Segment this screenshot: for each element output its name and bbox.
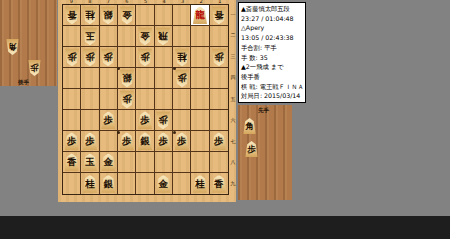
sente-piece-銀[interactable]: 銀 bbox=[137, 132, 152, 150]
board-square-6三[interactable] bbox=[118, 47, 136, 68]
sente-piece-桂[interactable]: 桂 bbox=[82, 175, 97, 193]
board-square-4一[interactable] bbox=[155, 5, 173, 26]
shogi-board: 987654321 香桂銀金龍香玉金飛歩歩歩歩桂歩銀歩歩歩歩歩歩歩歩銀歩歩歩香玉… bbox=[58, 0, 236, 202]
sente-piece-香[interactable]: 香 bbox=[64, 153, 79, 171]
gote-piece-歩[interactable]: 歩 bbox=[82, 48, 97, 66]
board-square-1一[interactable]: 香 bbox=[210, 5, 228, 26]
board-square-3三[interactable]: 桂 bbox=[173, 47, 191, 68]
gote-piece-銀[interactable]: 銀 bbox=[101, 6, 116, 24]
star-point bbox=[173, 67, 176, 70]
sente-piece-香[interactable]: 香 bbox=[211, 175, 226, 193]
board-square-2一[interactable]: 龍 bbox=[191, 5, 209, 26]
sente-hand-piece-歩[interactable]: 歩 bbox=[245, 141, 258, 157]
board-square-6五[interactable]: 歩 bbox=[118, 89, 136, 110]
board-square-6七[interactable]: 歩 bbox=[118, 131, 136, 152]
game-info-panel: ▲斎藤慎太郎五段 23:27 / 01:04:48 △Apery 13:05 /… bbox=[238, 2, 306, 103]
board-square-6六[interactable] bbox=[118, 110, 136, 131]
gote-piece-金[interactable]: 金 bbox=[137, 27, 152, 45]
board-square-1九[interactable]: 香 bbox=[210, 173, 228, 194]
sente-piece-歩[interactable]: 歩 bbox=[174, 132, 189, 150]
game-date: 対局日: 2015/03/14 bbox=[241, 91, 303, 101]
gote-piece-香[interactable]: 香 bbox=[211, 6, 226, 24]
board-square-5九[interactable] bbox=[136, 173, 154, 194]
board-square-2七[interactable] bbox=[191, 131, 209, 152]
rank-label-三: 三 bbox=[230, 54, 236, 59]
board-square-8六[interactable] bbox=[81, 110, 99, 131]
sente-piece-銀[interactable]: 銀 bbox=[101, 175, 116, 193]
board-square-8五[interactable] bbox=[81, 89, 99, 110]
sente-hand-label: 先手 bbox=[258, 107, 269, 113]
sente-hand-piece-角[interactable]: 角 bbox=[243, 118, 256, 134]
board-square-3一[interactable] bbox=[173, 5, 191, 26]
star-point bbox=[173, 131, 176, 134]
gote-piece-玉[interactable]: 玉 bbox=[82, 27, 97, 45]
gote-piece-桂[interactable]: 桂 bbox=[174, 48, 189, 66]
sente-piece-歩[interactable]: 歩 bbox=[137, 111, 152, 129]
gote-hand-tray[interactable]: 後手 角歩 bbox=[0, 0, 57, 86]
sente-piece-歩[interactable]: 歩 bbox=[64, 132, 79, 150]
board-square-9六[interactable] bbox=[63, 110, 81, 131]
board-square-3四[interactable]: 歩 bbox=[173, 68, 191, 89]
sente-piece-玉[interactable]: 玉 bbox=[82, 153, 97, 171]
last-move: ▲2一飛成 まで bbox=[241, 62, 303, 72]
gote-piece-金[interactable]: 金 bbox=[119, 6, 134, 24]
board-square-2二[interactable] bbox=[191, 26, 209, 47]
board-square-8四[interactable] bbox=[81, 68, 99, 89]
board-square-8二[interactable]: 玉 bbox=[81, 26, 99, 47]
rank-label-九: 九 bbox=[230, 181, 236, 186]
board-square-5二[interactable]: 金 bbox=[136, 26, 154, 47]
board-square-4四[interactable] bbox=[155, 68, 173, 89]
board-square-7八[interactable]: 金 bbox=[100, 152, 118, 173]
board-square-1二[interactable] bbox=[210, 26, 228, 47]
board-square-2三[interactable] bbox=[191, 47, 209, 68]
board-square-7六[interactable]: 歩 bbox=[100, 110, 118, 131]
rank-label-八: 八 bbox=[230, 160, 236, 165]
board-square-7五[interactable] bbox=[100, 89, 118, 110]
gote-piece-歩[interactable]: 歩 bbox=[211, 48, 226, 66]
board-square-7七[interactable] bbox=[100, 131, 118, 152]
shogi-board-grid: 香桂銀金龍香玉金飛歩歩歩歩桂歩銀歩歩歩歩歩歩歩歩銀歩歩歩香玉金桂銀金桂香 bbox=[62, 4, 229, 195]
board-square-1三[interactable]: 歩 bbox=[210, 47, 228, 68]
rank-label-二: 二 bbox=[230, 33, 236, 38]
board-square-9九[interactable] bbox=[63, 173, 81, 194]
board-square-4六[interactable]: 歩 bbox=[155, 110, 173, 131]
gote-piece-飛[interactable]: 飛 bbox=[156, 27, 171, 45]
board-square-3六[interactable] bbox=[173, 110, 191, 131]
board-square-1六[interactable] bbox=[210, 110, 228, 131]
gote-piece-歩[interactable]: 歩 bbox=[119, 90, 134, 108]
board-square-4三[interactable] bbox=[155, 47, 173, 68]
board-square-8三[interactable]: 歩 bbox=[81, 47, 99, 68]
sente-piece-歩[interactable]: 歩 bbox=[82, 132, 97, 150]
player-gote-name: △Apery bbox=[241, 23, 303, 33]
board-square-4五[interactable] bbox=[155, 89, 173, 110]
move-count: 手 数: 35 bbox=[241, 53, 303, 63]
board-square-3五[interactable] bbox=[173, 89, 191, 110]
sente-hand-tray[interactable]: 先手 角歩 bbox=[238, 105, 292, 200]
board-square-8七[interactable]: 歩 bbox=[81, 131, 99, 152]
board-square-9七[interactable]: 歩 bbox=[63, 131, 81, 152]
board-square-1七[interactable]: 歩 bbox=[210, 131, 228, 152]
board-square-7三[interactable]: 歩 bbox=[100, 47, 118, 68]
board-square-2四[interactable] bbox=[191, 68, 209, 89]
gote-hand-label: 後手 bbox=[18, 79, 29, 85]
board-square-4九[interactable]: 金 bbox=[155, 173, 173, 194]
board-square-3八[interactable] bbox=[173, 152, 191, 173]
board-square-5八[interactable] bbox=[136, 152, 154, 173]
board-square-5四[interactable] bbox=[136, 68, 154, 89]
board-square-9四[interactable] bbox=[63, 68, 81, 89]
board-square-5五[interactable] bbox=[136, 89, 154, 110]
handicap: 手合割: 平手 bbox=[241, 43, 303, 53]
board-square-4二[interactable]: 飛 bbox=[155, 26, 173, 47]
rank-label-六: 六 bbox=[230, 118, 236, 123]
board-square-5七[interactable]: 銀 bbox=[136, 131, 154, 152]
rank-label-七: 七 bbox=[230, 139, 236, 144]
gote-hand-piece-歩[interactable]: 歩 bbox=[28, 60, 41, 76]
board-square-9一[interactable]: 香 bbox=[63, 5, 81, 26]
gote-time: 13:05 / 02:43:38 bbox=[241, 33, 303, 43]
gote-piece-桂[interactable]: 桂 bbox=[82, 6, 97, 24]
board-square-4七[interactable]: 歩 bbox=[155, 131, 173, 152]
rank-label-一: 一 bbox=[230, 12, 236, 17]
sente-piece-金[interactable]: 金 bbox=[156, 175, 171, 193]
board-square-1四[interactable] bbox=[210, 68, 228, 89]
bottom-strip bbox=[0, 216, 450, 239]
board-square-1五[interactable] bbox=[210, 89, 228, 110]
rank-label-五: 五 bbox=[230, 97, 236, 102]
board-square-7一[interactable]: 銀 bbox=[100, 5, 118, 26]
board-square-9八[interactable]: 香 bbox=[63, 152, 81, 173]
board-square-6一[interactable]: 金 bbox=[118, 5, 136, 26]
board-square-5六[interactable]: 歩 bbox=[136, 110, 154, 131]
rank-label-四: 四 bbox=[230, 75, 236, 80]
gote-piece-歩[interactable]: 歩 bbox=[156, 111, 171, 129]
sente-piece-金[interactable]: 金 bbox=[101, 153, 116, 171]
player-sente-name: ▲斎藤慎太郎五段 bbox=[241, 4, 303, 14]
board-square-8八[interactable]: 玉 bbox=[81, 152, 99, 173]
board-square-3二[interactable] bbox=[173, 26, 191, 47]
board-square-4八[interactable] bbox=[155, 152, 173, 173]
board-square-7二[interactable] bbox=[100, 26, 118, 47]
gote-piece-歩[interactable]: 歩 bbox=[101, 48, 116, 66]
gote-piece-歩[interactable]: 歩 bbox=[137, 48, 152, 66]
board-square-7四[interactable] bbox=[100, 68, 118, 89]
turn-indicator: 後手番 bbox=[241, 72, 303, 82]
gote-piece-銀[interactable]: 銀 bbox=[119, 69, 134, 87]
board-square-5一[interactable] bbox=[136, 5, 154, 26]
board-square-9二[interactable] bbox=[63, 26, 81, 47]
board-square-3九[interactable] bbox=[173, 173, 191, 194]
board-square-3七[interactable]: 歩 bbox=[173, 131, 191, 152]
gote-piece-歩[interactable]: 歩 bbox=[174, 69, 189, 87]
shogi-app-window: 後手 角歩 987654321 香桂銀金龍香玉金飛歩歩歩歩桂歩銀歩歩歩歩歩歩歩歩… bbox=[0, 0, 450, 239]
sente-piece-龍[interactable]: 龍 bbox=[192, 6, 207, 24]
board-square-8一[interactable]: 桂 bbox=[81, 5, 99, 26]
board-square-8九[interactable]: 桂 bbox=[81, 173, 99, 194]
board-square-1八[interactable] bbox=[210, 152, 228, 173]
gote-piece-香[interactable]: 香 bbox=[64, 6, 79, 24]
sente-piece-歩[interactable]: 歩 bbox=[101, 111, 116, 129]
gote-hand-piece-角[interactable]: 角 bbox=[6, 39, 19, 55]
board-square-6四[interactable]: 銀 bbox=[118, 68, 136, 89]
gote-piece-歩[interactable]: 歩 bbox=[64, 48, 79, 66]
sente-piece-歩[interactable]: 歩 bbox=[119, 132, 134, 150]
board-square-2八[interactable] bbox=[191, 152, 209, 173]
board-square-6八[interactable] bbox=[118, 152, 136, 173]
board-square-2六[interactable] bbox=[191, 110, 209, 131]
board-square-5三[interactable]: 歩 bbox=[136, 47, 154, 68]
board-square-9三[interactable]: 歩 bbox=[63, 47, 81, 68]
star-point bbox=[117, 131, 120, 134]
board-square-9五[interactable] bbox=[63, 89, 81, 110]
board-square-2九[interactable]: 桂 bbox=[191, 173, 209, 194]
sente-piece-歩[interactable]: 歩 bbox=[156, 132, 171, 150]
sente-piece-桂[interactable]: 桂 bbox=[192, 175, 207, 193]
board-square-2五[interactable] bbox=[191, 89, 209, 110]
board-square-6二[interactable] bbox=[118, 26, 136, 47]
sente-time: 23:27 / 01:04:48 bbox=[241, 14, 303, 24]
board-square-7九[interactable]: 銀 bbox=[100, 173, 118, 194]
board-square-6九[interactable] bbox=[118, 173, 136, 194]
sente-piece-歩[interactable]: 歩 bbox=[211, 132, 226, 150]
tournament: 棋 戦: 電王戦ＦＩＮＡＬ bbox=[241, 82, 303, 92]
